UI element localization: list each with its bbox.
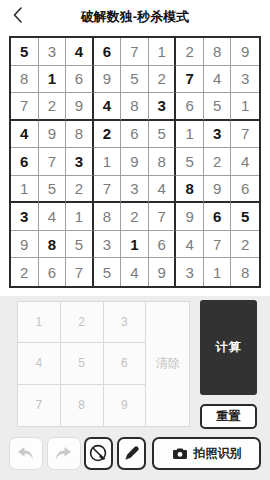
cell-r5c5[interactable]: 9 [121, 148, 149, 176]
cell-r9c3[interactable]: 7 [66, 258, 94, 286]
cell-r7c4[interactable]: 8 [94, 203, 122, 231]
cell-r7c1[interactable]: 3 [11, 203, 39, 231]
cell-r9c2[interactable]: 6 [39, 258, 67, 286]
cell-r9c4[interactable]: 5 [94, 258, 122, 286]
cell-r2c8[interactable]: 4 [204, 66, 232, 94]
cell-r6c4[interactable]: 7 [94, 176, 122, 204]
cell-r8c1[interactable]: 9 [11, 231, 39, 259]
pencil-button[interactable] [117, 437, 146, 470]
cell-r5c1[interactable]: 6 [11, 148, 39, 176]
redo-button[interactable] [47, 437, 81, 470]
cell-r1c7[interactable]: 2 [176, 38, 204, 66]
cell-r4c2[interactable]: 9 [39, 121, 67, 149]
cell-r3c8[interactable]: 5 [204, 93, 232, 121]
undo-button[interactable] [9, 437, 43, 470]
cell-r5c8[interactable]: 2 [204, 148, 232, 176]
pen-off-button[interactable] [84, 437, 113, 470]
cell-r7c5[interactable]: 2 [121, 203, 149, 231]
cell-r5c3[interactable]: 3 [66, 148, 94, 176]
cell-r5c9[interactable]: 4 [231, 148, 259, 176]
cell-r3c3[interactable]: 9 [66, 93, 94, 121]
cell-r3c1[interactable]: 7 [11, 93, 39, 121]
cell-r4c8[interactable]: 3 [204, 121, 232, 149]
page-title: 破解数独-秒杀模式 [0, 8, 270, 26]
cell-r7c6[interactable]: 7 [149, 203, 177, 231]
keypad-key-2[interactable]: 2 [61, 302, 104, 343]
cell-r6c8[interactable]: 9 [204, 176, 232, 204]
cell-r7c7[interactable]: 9 [176, 203, 204, 231]
cell-r9c8[interactable]: 1 [204, 258, 232, 286]
redo-icon [55, 446, 73, 461]
photo-recognition-button[interactable]: 拍照识别 [152, 437, 261, 470]
cell-r4c1[interactable]: 4 [11, 121, 39, 149]
cell-r6c5[interactable]: 3 [121, 176, 149, 204]
cell-r6c6[interactable]: 4 [149, 176, 177, 204]
cell-r6c1[interactable]: 1 [11, 176, 39, 204]
keypad-key-4[interactable]: 4 [18, 343, 61, 384]
calculate-label: 计算 [216, 339, 242, 356]
reset-button[interactable]: 重置 [200, 404, 257, 429]
cell-r2c3[interactable]: 6 [66, 66, 94, 94]
cell-r2c1[interactable]: 8 [11, 66, 39, 94]
keypad-key-3[interactable]: 3 [104, 302, 147, 343]
cell-r8c9[interactable]: 2 [231, 231, 259, 259]
reset-label: 重置 [217, 408, 241, 425]
cell-r1c6[interactable]: 1 [149, 38, 177, 66]
cell-r6c9[interactable]: 6 [231, 176, 259, 204]
cell-r9c1[interactable]: 2 [11, 258, 39, 286]
cell-r8c5[interactable]: 1 [121, 231, 149, 259]
cell-r5c6[interactable]: 8 [149, 148, 177, 176]
cell-r6c3[interactable]: 2 [66, 176, 94, 204]
cell-r8c6[interactable]: 6 [149, 231, 177, 259]
camera-icon [172, 447, 188, 460]
cell-r7c2[interactable]: 4 [39, 203, 67, 231]
cell-r4c7[interactable]: 1 [176, 121, 204, 149]
keypad-key-8[interactable]: 8 [61, 385, 104, 426]
cell-r3c9[interactable]: 1 [231, 93, 259, 121]
cell-r3c6[interactable]: 3 [149, 93, 177, 121]
cell-r3c4[interactable]: 4 [94, 93, 122, 121]
cell-r7c3[interactable]: 1 [66, 203, 94, 231]
calculate-button[interactable]: 计算 [200, 300, 257, 395]
cell-r1c8[interactable]: 8 [204, 38, 232, 66]
cell-r5c7[interactable]: 5 [176, 148, 204, 176]
cell-r4c5[interactable]: 6 [121, 121, 149, 149]
keypad-key-7[interactable]: 7 [18, 385, 61, 426]
undo-icon [17, 446, 35, 461]
cell-r1c2[interactable]: 3 [39, 38, 67, 66]
cell-r4c3[interactable]: 8 [66, 121, 94, 149]
keypad-key-6[interactable]: 6 [104, 343, 147, 384]
cell-r3c5[interactable]: 8 [121, 93, 149, 121]
cell-r7c8[interactable]: 6 [204, 203, 232, 231]
cell-r1c5[interactable]: 7 [121, 38, 149, 66]
cell-r6c7[interactable]: 8 [176, 176, 204, 204]
cell-r1c1[interactable]: 5 [11, 38, 39, 66]
cell-r2c2[interactable]: 1 [39, 66, 67, 94]
cell-r9c7[interactable]: 3 [176, 258, 204, 286]
cell-r9c9[interactable]: 8 [231, 258, 259, 286]
cell-r8c2[interactable]: 8 [39, 231, 67, 259]
cell-r2c6[interactable]: 2 [149, 66, 177, 94]
cell-r4c6[interactable]: 5 [149, 121, 177, 149]
cell-r3c2[interactable]: 2 [39, 93, 67, 121]
cell-r2c9[interactable]: 3 [231, 66, 259, 94]
cell-r8c7[interactable]: 4 [176, 231, 204, 259]
photo-recognition-label: 拍照识别 [194, 445, 242, 462]
number-keypad: 123456789清除 [17, 301, 190, 427]
cell-r3c7[interactable]: 6 [176, 93, 204, 121]
cell-r8c4[interactable]: 3 [94, 231, 122, 259]
cell-r5c4[interactable]: 1 [94, 148, 122, 176]
keypad-key-5[interactable]: 5 [61, 343, 104, 384]
keypad-key-9[interactable]: 9 [104, 385, 147, 426]
keypad-clear-button[interactable]: 清除 [146, 302, 189, 426]
cell-r2c7[interactable]: 7 [176, 66, 204, 94]
cell-r6c2[interactable]: 5 [39, 176, 67, 204]
pen-off-icon [88, 443, 109, 464]
cell-r2c4[interactable]: 9 [94, 66, 122, 94]
cell-r5c2[interactable]: 7 [39, 148, 67, 176]
nav-bar: 破解数独-秒杀模式 [0, 0, 270, 30]
cell-r9c6[interactable]: 9 [149, 258, 177, 286]
sudoku-solver-app: 破解数独-秒杀模式 534671289816952743729483651498… [0, 0, 270, 480]
cell-r8c8[interactable]: 7 [204, 231, 232, 259]
cell-r1c9[interactable]: 9 [231, 38, 259, 66]
keypad-key-1[interactable]: 1 [18, 302, 61, 343]
sudoku-grid: 5346712898169527437294836514982651376731… [9, 36, 261, 288]
cell-r2c5[interactable]: 5 [121, 66, 149, 94]
cell-r8c3[interactable]: 5 [66, 231, 94, 259]
cell-r1c4[interactable]: 6 [94, 38, 122, 66]
cell-r4c9[interactable]: 7 [231, 121, 259, 149]
cell-r9c5[interactable]: 4 [121, 258, 149, 286]
cell-r4c4[interactable]: 2 [94, 121, 122, 149]
cell-r1c3[interactable]: 4 [66, 38, 94, 66]
cell-r7c9[interactable]: 5 [231, 203, 259, 231]
pencil-icon [122, 444, 141, 463]
